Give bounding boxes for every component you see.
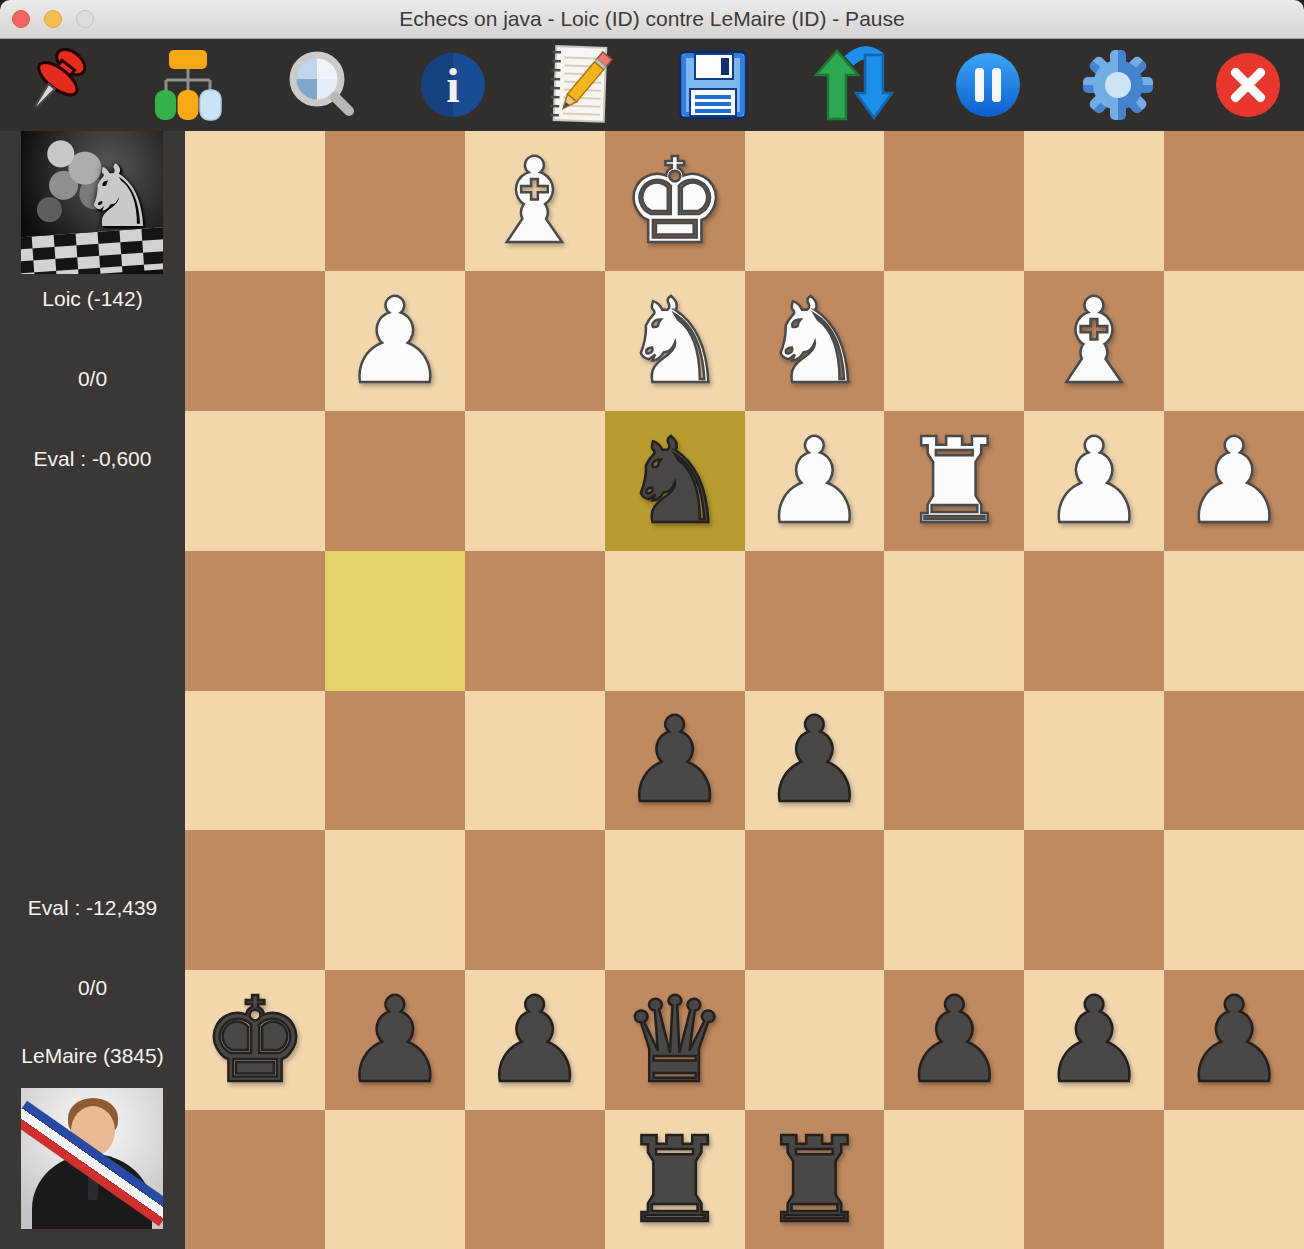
square-b5[interactable]	[1024, 691, 1164, 831]
square-d4[interactable]	[745, 551, 885, 691]
square-a8[interactable]	[1164, 1110, 1304, 1249]
square-b8[interactable]	[1024, 1110, 1164, 1249]
piece-black-pawn: ♟	[1041, 981, 1147, 1099]
square-g3[interactable]	[325, 411, 465, 551]
square-h2[interactable]	[185, 271, 325, 411]
square-c7[interactable]: ♟	[884, 970, 1024, 1110]
square-e4[interactable]	[605, 551, 745, 691]
square-b7[interactable]: ♟	[1024, 970, 1164, 1110]
settings-button[interactable]	[1080, 44, 1156, 126]
square-d8[interactable]: ♜	[745, 1110, 885, 1249]
piece-black-pawn: ♟	[622, 701, 728, 819]
piece-black-pawn: ♟	[482, 981, 588, 1099]
square-h7[interactable]: ♚	[185, 970, 325, 1110]
square-h3[interactable]	[185, 411, 325, 551]
piece-white-pawn: ♟	[762, 422, 868, 540]
app-window: Echecs on java - Loic (ID) contre LeMair…	[0, 0, 1304, 1249]
square-h6[interactable]	[185, 830, 325, 970]
square-g4[interactable]	[325, 551, 465, 691]
piece-white-knight: ♞	[622, 282, 728, 400]
square-g8[interactable]	[325, 1110, 465, 1249]
sidebar: ♞ Loic (-142) 0/0 Eval : -0,600 Eval : -…	[0, 131, 185, 1249]
square-a4[interactable]	[1164, 551, 1304, 691]
square-c8[interactable]	[884, 1110, 1024, 1249]
piece-black-knight: ♞	[622, 422, 728, 540]
piece-black-pawn: ♟	[901, 981, 1007, 1099]
square-a2[interactable]	[1164, 271, 1304, 411]
bottom-player-counter: 0/0	[0, 976, 185, 1000]
square-d2[interactable]: ♞	[745, 271, 885, 411]
piece-white-bishop: ♝	[482, 142, 588, 260]
square-e6[interactable]	[605, 830, 745, 970]
square-a3[interactable]: ♟	[1164, 411, 1304, 551]
piece-black-rook: ♜	[622, 1121, 728, 1239]
square-h8[interactable]	[185, 1110, 325, 1249]
square-c6[interactable]	[884, 830, 1024, 970]
info-icon: i	[419, 51, 487, 119]
chess-board: ♝♚♟♞♞♝♞♟♜♟♟♟♟♚♟♟♛♟♟♟♜♜	[185, 131, 1304, 1249]
bottom-player-name: LeMaire (3845)	[0, 1044, 185, 1068]
square-b1[interactable]	[1024, 131, 1164, 271]
square-h5[interactable]	[185, 691, 325, 831]
top-player-avatar: ♞	[21, 131, 163, 274]
pause-button[interactable]	[954, 44, 1022, 126]
pause-icon	[954, 51, 1022, 119]
square-a1[interactable]	[1164, 131, 1304, 271]
square-g5[interactable]	[325, 691, 465, 831]
square-b3[interactable]: ♟	[1024, 411, 1164, 551]
notepad-pencil-icon	[545, 44, 619, 126]
minimize-window-button[interactable]	[44, 10, 62, 28]
piece-black-pawn: ♟	[1181, 981, 1287, 1099]
square-f1[interactable]: ♝	[465, 131, 605, 271]
square-g2[interactable]: ♟	[325, 271, 465, 411]
square-b6[interactable]	[1024, 830, 1164, 970]
square-f2[interactable]	[465, 271, 605, 411]
square-a6[interactable]	[1164, 830, 1304, 970]
square-f8[interactable]	[465, 1110, 605, 1249]
notes-button[interactable]	[545, 44, 619, 126]
square-a7[interactable]: ♟	[1164, 970, 1304, 1110]
piece-black-pawn: ♟	[342, 981, 448, 1099]
top-player-name: Loic (-142)	[0, 287, 185, 311]
title-bar: Echecs on java - Loic (ID) contre LeMair…	[0, 0, 1304, 39]
swap-arrows-icon	[807, 45, 895, 125]
hierarchy-icon	[152, 48, 224, 122]
close-x-icon	[1214, 51, 1282, 119]
square-c5[interactable]	[884, 691, 1024, 831]
square-c1[interactable]	[884, 131, 1024, 271]
square-f5[interactable]	[465, 691, 605, 831]
toolbar: i	[0, 39, 1304, 131]
bottom-player-eval: Eval : -12,439	[0, 896, 185, 920]
magnifier-icon	[282, 46, 360, 124]
square-e1[interactable]: ♚	[605, 131, 745, 271]
square-e3[interactable]: ♞	[605, 411, 745, 551]
knight-photo-decoration: ♞	[80, 153, 157, 239]
piece-black-rook: ♜	[762, 1121, 868, 1239]
square-e7[interactable]: ♛	[605, 970, 745, 1110]
square-h4[interactable]	[185, 551, 325, 691]
swap-button[interactable]	[807, 44, 895, 126]
close-window-button[interactable]	[12, 10, 30, 28]
piece-white-bishop: ♝	[1041, 282, 1147, 400]
square-e2[interactable]: ♞	[605, 271, 745, 411]
piece-white-rook: ♜	[901, 422, 1007, 540]
floppy-disk-icon	[677, 49, 749, 121]
save-button[interactable]	[677, 44, 749, 126]
square-c3[interactable]: ♜	[884, 411, 1024, 551]
square-b2[interactable]: ♝	[1024, 271, 1164, 411]
square-d5[interactable]: ♟	[745, 691, 885, 831]
piece-white-pawn: ♟	[1041, 422, 1147, 540]
top-player-counter: 0/0	[0, 367, 185, 391]
square-e5[interactable]: ♟	[605, 691, 745, 831]
piece-black-pawn: ♟	[762, 701, 868, 819]
square-d3[interactable]: ♟	[745, 411, 885, 551]
window-title: Echecs on java - Loic (ID) contre LeMair…	[399, 7, 904, 31]
piece-black-king: ♚	[202, 981, 308, 1099]
square-f6[interactable]	[465, 830, 605, 970]
square-c4[interactable]	[884, 551, 1024, 691]
square-e8[interactable]: ♜	[605, 1110, 745, 1249]
square-g1[interactable]	[325, 131, 465, 271]
gear-icon	[1080, 47, 1156, 123]
info-button[interactable]: i	[419, 44, 487, 126]
zoom-button[interactable]	[282, 44, 360, 126]
top-player-eval: Eval : -0,600	[0, 447, 185, 471]
piece-white-pawn: ♟	[1181, 422, 1287, 540]
square-h1[interactable]	[185, 131, 325, 271]
content-area: ♞ Loic (-142) 0/0 Eval : -0,600 Eval : -…	[0, 131, 1304, 1249]
square-d1[interactable]	[745, 131, 885, 271]
pin-button[interactable]	[18, 44, 94, 126]
square-d6[interactable]	[745, 830, 885, 970]
traffic-lights	[12, 0, 94, 38]
square-d7[interactable]	[745, 970, 885, 1110]
square-f7[interactable]: ♟	[465, 970, 605, 1110]
square-f3[interactable]	[465, 411, 605, 551]
zoom-window-button	[76, 10, 94, 28]
svg-text:i: i	[446, 59, 459, 112]
square-g7[interactable]: ♟	[325, 970, 465, 1110]
piece-white-pawn: ♟	[342, 282, 448, 400]
tree-button[interactable]	[152, 44, 224, 126]
bottom-player-avatar	[21, 1088, 163, 1229]
piece-white-king: ♚	[622, 142, 728, 260]
piece-white-knight: ♞	[762, 282, 868, 400]
square-g6[interactable]	[325, 830, 465, 970]
square-f4[interactable]	[465, 551, 605, 691]
pushpin-icon	[18, 45, 94, 125]
close-button[interactable]	[1214, 44, 1282, 126]
square-c2[interactable]	[884, 271, 1024, 411]
square-a5[interactable]	[1164, 691, 1304, 831]
piece-black-queen: ♛	[622, 981, 728, 1099]
square-b4[interactable]	[1024, 551, 1164, 691]
